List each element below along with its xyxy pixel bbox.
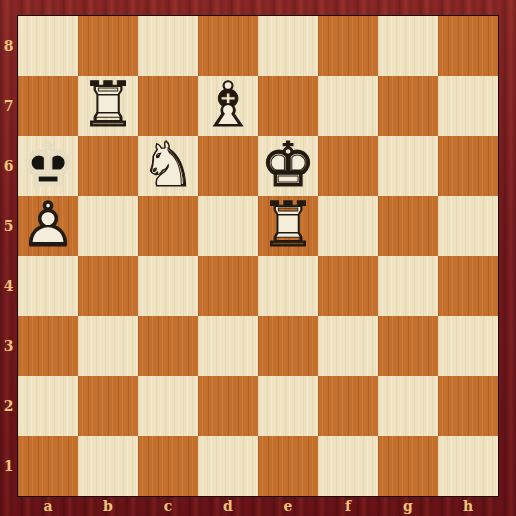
piece-glyph-detail: ♔ xyxy=(18,134,78,194)
square-e1[interactable] xyxy=(258,436,318,496)
piece-black-king-a6[interactable]: ♚♔ xyxy=(18,136,78,196)
square-b6[interactable] xyxy=(78,136,138,196)
square-h3[interactable] xyxy=(438,316,498,376)
square-c3[interactable] xyxy=(138,316,198,376)
square-e2[interactable] xyxy=(258,376,318,436)
square-d7[interactable]: ♝♗ xyxy=(198,76,258,136)
piece-white-rook-b7[interactable]: ♜♖ xyxy=(78,76,138,136)
square-b4[interactable] xyxy=(78,256,138,316)
square-e7[interactable] xyxy=(258,76,318,136)
square-b7[interactable]: ♜♖ xyxy=(78,76,138,136)
square-e6[interactable]: ♚♔ xyxy=(258,136,318,196)
rank-label-2: 2 xyxy=(0,376,17,436)
piece-glyph-detail: ♗ xyxy=(198,74,258,134)
square-a3[interactable] xyxy=(18,316,78,376)
square-e5[interactable]: ♜♖ xyxy=(258,196,318,256)
square-f6[interactable] xyxy=(318,136,378,196)
square-b5[interactable] xyxy=(78,196,138,256)
square-b3[interactable] xyxy=(78,316,138,376)
file-label-f: f xyxy=(318,497,378,516)
square-h5[interactable] xyxy=(438,196,498,256)
square-f3[interactable] xyxy=(318,316,378,376)
square-b2[interactable] xyxy=(78,376,138,436)
piece-glyph-detail: ♙ xyxy=(18,194,78,254)
piece-glyph-detail: ♔ xyxy=(258,134,318,194)
square-b8[interactable] xyxy=(78,16,138,76)
square-d5[interactable] xyxy=(198,196,258,256)
square-d1[interactable] xyxy=(198,436,258,496)
square-g5[interactable] xyxy=(378,196,438,256)
square-g6[interactable] xyxy=(378,136,438,196)
square-h4[interactable] xyxy=(438,256,498,316)
piece-white-rook-e5[interactable]: ♜♖ xyxy=(258,196,318,256)
square-g7[interactable] xyxy=(378,76,438,136)
chess-board: ♜♖♝♗♚♔♞♘♚♔♟♙♜♖ xyxy=(17,15,499,497)
piece-glyph-detail: ♘ xyxy=(138,134,198,194)
piece-white-bishop-d7[interactable]: ♝♗ xyxy=(198,76,258,136)
square-a2[interactable] xyxy=(18,376,78,436)
rank-label-3: 3 xyxy=(0,316,17,376)
rank-label-1: 1 xyxy=(0,436,17,496)
file-label-d: d xyxy=(198,497,258,516)
square-g1[interactable] xyxy=(378,436,438,496)
square-a5[interactable]: ♟♙ xyxy=(18,196,78,256)
square-e8[interactable] xyxy=(258,16,318,76)
rank-label-8: 8 xyxy=(0,16,17,76)
square-g2[interactable] xyxy=(378,376,438,436)
square-a8[interactable] xyxy=(18,16,78,76)
rank-label-7: 7 xyxy=(0,76,17,136)
file-label-c: c xyxy=(138,497,198,516)
square-h7[interactable] xyxy=(438,76,498,136)
square-f1[interactable] xyxy=(318,436,378,496)
square-e3[interactable] xyxy=(258,316,318,376)
file-label-e: e xyxy=(258,497,318,516)
square-h1[interactable] xyxy=(438,436,498,496)
square-c4[interactable] xyxy=(138,256,198,316)
file-label-g: g xyxy=(378,497,438,516)
square-b1[interactable] xyxy=(78,436,138,496)
piece-glyph-detail: ♖ xyxy=(258,194,318,254)
square-d2[interactable] xyxy=(198,376,258,436)
square-c5[interactable] xyxy=(138,196,198,256)
rank-label-4: 4 xyxy=(0,256,17,316)
square-f2[interactable] xyxy=(318,376,378,436)
board-frame: ♜♖♝♗♚♔♞♘♚♔♟♙♜♖ 87654321 abcdefgh xyxy=(0,0,516,516)
square-a7[interactable] xyxy=(18,76,78,136)
file-label-h: h xyxy=(438,497,498,516)
square-g8[interactable] xyxy=(378,16,438,76)
square-e4[interactable] xyxy=(258,256,318,316)
piece-white-pawn-a5[interactable]: ♟♙ xyxy=(18,196,78,256)
square-h8[interactable] xyxy=(438,16,498,76)
file-label-b: b xyxy=(78,497,138,516)
square-h2[interactable] xyxy=(438,376,498,436)
square-g3[interactable] xyxy=(378,316,438,376)
square-a4[interactable] xyxy=(18,256,78,316)
square-f5[interactable] xyxy=(318,196,378,256)
square-c6[interactable]: ♞♘ xyxy=(138,136,198,196)
square-c7[interactable] xyxy=(138,76,198,136)
piece-white-king-e6[interactable]: ♚♔ xyxy=(258,136,318,196)
piece-white-knight-c6[interactable]: ♞♘ xyxy=(138,136,198,196)
square-g4[interactable] xyxy=(378,256,438,316)
square-f7[interactable] xyxy=(318,76,378,136)
square-f4[interactable] xyxy=(318,256,378,316)
square-c8[interactable] xyxy=(138,16,198,76)
piece-glyph-detail: ♖ xyxy=(78,74,138,134)
square-d3[interactable] xyxy=(198,316,258,376)
square-c2[interactable] xyxy=(138,376,198,436)
rank-label-6: 6 xyxy=(0,136,17,196)
square-f8[interactable] xyxy=(318,16,378,76)
square-h6[interactable] xyxy=(438,136,498,196)
square-a6[interactable]: ♚♔ xyxy=(18,136,78,196)
square-c1[interactable] xyxy=(138,436,198,496)
square-a1[interactable] xyxy=(18,436,78,496)
file-label-a: a xyxy=(18,497,78,516)
square-d8[interactable] xyxy=(198,16,258,76)
rank-label-5: 5 xyxy=(0,196,17,256)
square-d4[interactable] xyxy=(198,256,258,316)
square-d6[interactable] xyxy=(198,136,258,196)
